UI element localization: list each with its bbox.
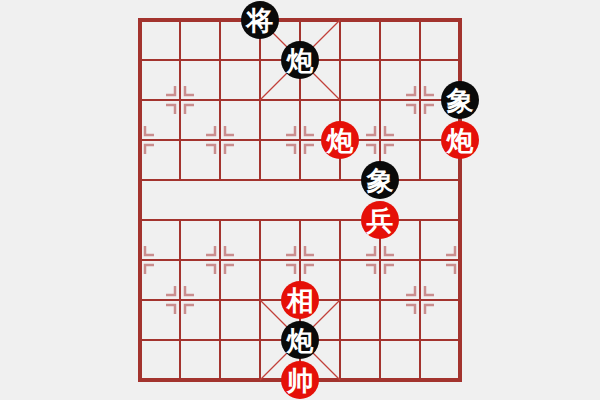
intersection-f5r0[interactable] — [320, 0, 360, 40]
intersection-f6r8[interactable] — [360, 320, 400, 360]
intersection-f8r3[interactable]: 炮 — [440, 120, 480, 160]
piece-black-elephant[interactable]: 象 — [441, 81, 479, 119]
intersection-f8r1[interactable] — [440, 40, 480, 80]
intersection-f7r0[interactable] — [400, 0, 440, 40]
piece-black-cannon[interactable]: 炮 — [281, 321, 319, 359]
intersection-f4r7[interactable]: 相 — [280, 280, 320, 320]
intersection-f7r4[interactable] — [400, 160, 440, 200]
intersection-f1r9[interactable] — [160, 360, 200, 400]
intersection-f5r3[interactable]: 炮 — [320, 120, 360, 160]
intersection-f0r7[interactable] — [120, 280, 160, 320]
intersection-f5r6[interactable] — [320, 240, 360, 280]
intersection-f3r6[interactable] — [240, 240, 280, 280]
intersection-f7r1[interactable] — [400, 40, 440, 80]
intersection-f8r5[interactable] — [440, 200, 480, 240]
piece-black-cannon[interactable]: 炮 — [281, 41, 319, 79]
intersection-f8r8[interactable] — [440, 320, 480, 360]
intersection-f7r2[interactable] — [400, 80, 440, 120]
intersection-f2r6[interactable] — [200, 240, 240, 280]
intersection-f3r4[interactable] — [240, 160, 280, 200]
intersection-f2r1[interactable] — [200, 40, 240, 80]
intersection-f0r6[interactable] — [120, 240, 160, 280]
intersection-f4r8[interactable]: 炮 — [280, 320, 320, 360]
intersection-f0r5[interactable] — [120, 200, 160, 240]
intersection-f0r3[interactable] — [120, 120, 160, 160]
intersection-f2r0[interactable] — [200, 0, 240, 40]
intersection-f0r1[interactable] — [120, 40, 160, 80]
intersection-f3r8[interactable] — [240, 320, 280, 360]
intersection-f5r1[interactable] — [320, 40, 360, 80]
intersection-f7r5[interactable] — [400, 200, 440, 240]
intersection-f0r0[interactable] — [120, 0, 160, 40]
intersection-f3r5[interactable] — [240, 200, 280, 240]
piece-black-elephant[interactable]: 象 — [361, 161, 399, 199]
intersection-f4r4[interactable] — [280, 160, 320, 200]
intersection-f2r4[interactable] — [200, 160, 240, 200]
intersection-f6r5[interactable]: 兵 — [360, 200, 400, 240]
piece-black-general[interactable]: 将 — [241, 1, 279, 39]
intersection-f3r9[interactable] — [240, 360, 280, 400]
intersection-f1r0[interactable] — [160, 0, 200, 40]
intersection-f8r9[interactable] — [440, 360, 480, 400]
intersection-f2r8[interactable] — [200, 320, 240, 360]
intersection-f3r3[interactable] — [240, 120, 280, 160]
intersection-f2r3[interactable] — [200, 120, 240, 160]
intersection-f6r7[interactable] — [360, 280, 400, 320]
intersection-f8r0[interactable] — [440, 0, 480, 40]
intersection-f6r6[interactable] — [360, 240, 400, 280]
intersection-f6r9[interactable] — [360, 360, 400, 400]
piece-red-cannon[interactable]: 炮 — [321, 121, 359, 159]
intersection-f7r3[interactable] — [400, 120, 440, 160]
intersection-f1r3[interactable] — [160, 120, 200, 160]
intersection-f5r9[interactable] — [320, 360, 360, 400]
intersection-f0r9[interactable] — [120, 360, 160, 400]
intersection-f8r2[interactable]: 象 — [440, 80, 480, 120]
intersection-f5r4[interactable] — [320, 160, 360, 200]
xiangqi-board: 将炮象炮炮象兵相炮帅 — [120, 0, 480, 400]
intersection-f4r2[interactable] — [280, 80, 320, 120]
xiangqi-board-screenshot: 将炮象炮炮象兵相炮帅 — [0, 0, 600, 400]
intersection-f7r8[interactable] — [400, 320, 440, 360]
intersection-f8r4[interactable] — [440, 160, 480, 200]
intersection-f0r4[interactable] — [120, 160, 160, 200]
intersection-f3r7[interactable] — [240, 280, 280, 320]
intersection-f0r8[interactable] — [120, 320, 160, 360]
intersection-f4r3[interactable] — [280, 120, 320, 160]
piece-red-cannon[interactable]: 炮 — [441, 121, 479, 159]
intersection-f5r2[interactable] — [320, 80, 360, 120]
intersection-f4r6[interactable] — [280, 240, 320, 280]
intersection-f3r1[interactable] — [240, 40, 280, 80]
intersection-f1r1[interactable] — [160, 40, 200, 80]
intersection-f2r2[interactable] — [200, 80, 240, 120]
intersection-f4r1[interactable]: 炮 — [280, 40, 320, 80]
intersection-f8r7[interactable] — [440, 280, 480, 320]
intersection-f1r2[interactable] — [160, 80, 200, 120]
intersection-f6r1[interactable] — [360, 40, 400, 80]
piece-red-soldier[interactable]: 兵 — [361, 201, 399, 239]
intersection-f1r6[interactable] — [160, 240, 200, 280]
intersection-f2r7[interactable] — [200, 280, 240, 320]
intersection-f6r3[interactable] — [360, 120, 400, 160]
intersection-f5r5[interactable] — [320, 200, 360, 240]
intersection-f7r9[interactable] — [400, 360, 440, 400]
intersection-f1r4[interactable] — [160, 160, 200, 200]
intersection-f6r0[interactable] — [360, 0, 400, 40]
intersection-f7r6[interactable] — [400, 240, 440, 280]
intersection-f1r7[interactable] — [160, 280, 200, 320]
intersection-f8r6[interactable] — [440, 240, 480, 280]
intersection-f0r2[interactable] — [120, 80, 160, 120]
intersection-f5r8[interactable] — [320, 320, 360, 360]
piece-red-general[interactable]: 帅 — [281, 361, 319, 399]
intersection-f4r5[interactable] — [280, 200, 320, 240]
intersection-f6r4[interactable]: 象 — [360, 160, 400, 200]
intersection-f1r8[interactable] — [160, 320, 200, 360]
intersection-f2r9[interactable] — [200, 360, 240, 400]
intersection-f5r7[interactable] — [320, 280, 360, 320]
intersection-f6r2[interactable] — [360, 80, 400, 120]
intersection-f3r0[interactable]: 将 — [240, 0, 280, 40]
piece-red-elephant[interactable]: 相 — [281, 281, 319, 319]
intersection-f4r0[interactable] — [280, 0, 320, 40]
intersection-f1r5[interactable] — [160, 200, 200, 240]
intersection-f7r7[interactable] — [400, 280, 440, 320]
intersection-f2r5[interactable] — [200, 200, 240, 240]
intersection-f3r2[interactable] — [240, 80, 280, 120]
intersection-f4r9[interactable]: 帅 — [280, 360, 320, 400]
